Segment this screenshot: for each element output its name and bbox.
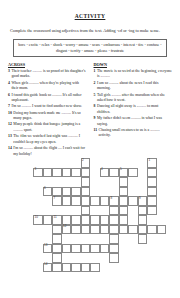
grid-void [33, 206, 43, 216]
clue-number: 12 [8, 122, 12, 133]
grid-cell[interactable] [81, 196, 91, 206]
grid-cell[interactable] [119, 225, 129, 235]
grid-void [109, 158, 119, 168]
grid-cell[interactable] [147, 187, 157, 197]
grid-void [157, 187, 167, 197]
clue-line: 14I'm so .......... about the flight — I… [8, 146, 87, 157]
page-title: ACTIVITY [0, 0, 180, 19]
grid-void [109, 263, 119, 273]
grid-void [33, 187, 43, 197]
grid-cell[interactable] [81, 177, 91, 187]
clue-line: 11Chasing small creatures to us is a ...… [94, 128, 173, 139]
grid-cell[interactable] [81, 168, 91, 178]
clue-text: I'm so .......... I want to find another… [11, 104, 86, 110]
instructions-text: Complete the crossword using adjectives … [10, 28, 170, 34]
grid-cell[interactable]: 13 [43, 244, 53, 254]
grid-void [43, 196, 53, 206]
grid-cell[interactable] [52, 225, 62, 235]
grid-cell[interactable] [128, 196, 138, 206]
clue-text: I found this guide book so .......... It… [11, 93, 86, 104]
grid-void [71, 234, 81, 244]
clue-number: 10 [8, 111, 12, 122]
grid-void [33, 234, 43, 244]
grid-void [138, 168, 148, 178]
grid-void [128, 215, 138, 225]
clue-number: 3 [8, 69, 10, 80]
grid-cell[interactable] [90, 263, 100, 273]
clue-text: I am so .......... about the news I read… [97, 81, 172, 92]
grid-cell[interactable] [119, 215, 129, 225]
grid-cell[interactable]: 3 [33, 168, 43, 178]
down-header: DOWN [94, 62, 173, 67]
grid-void [71, 206, 81, 216]
grid-cell[interactable]: 12 [62, 225, 72, 235]
grid-void [138, 244, 148, 254]
grid-void [128, 187, 138, 197]
grid-cell[interactable] [119, 196, 129, 206]
grid-cell[interactable] [81, 215, 91, 225]
grid-cell[interactable] [109, 206, 119, 216]
clue-number: 14 [8, 146, 12, 157]
grid-cell[interactable] [52, 263, 62, 273]
grid-cell[interactable] [157, 225, 167, 235]
clue-text: Chasing small creatures to us is a .....… [99, 128, 172, 139]
grid-cell[interactable]: 5 [119, 168, 129, 178]
worksheet-page: ACTIVITY Complete the crossword using ad… [0, 0, 180, 298]
grid-void [157, 215, 167, 225]
clue-line: 8Dancing all night away is .......... to… [94, 104, 173, 115]
grid-cell[interactable] [71, 263, 81, 273]
grid-cell[interactable] [71, 215, 81, 225]
grid-cell[interactable]: 14 [43, 263, 53, 273]
grid-void [90, 206, 100, 216]
grid-void [81, 253, 91, 263]
grid-cell[interactable] [71, 196, 81, 206]
clue-number: 13 [8, 134, 12, 145]
grid-cell[interactable]: 2 [81, 158, 91, 168]
clue-line: 3Their teacher .......... is so proud of… [8, 69, 87, 80]
grid-cell[interactable] [81, 206, 91, 216]
grid-cell[interactable] [52, 187, 62, 197]
grid-void [52, 206, 62, 216]
grid-void [100, 234, 110, 244]
grid-void [90, 253, 100, 263]
grid-void [33, 263, 43, 273]
grid-cell[interactable]: 11 [52, 215, 62, 225]
grid-cell[interactable] [52, 234, 62, 244]
grid-cell[interactable] [109, 244, 119, 254]
grid-void [71, 158, 81, 168]
grid-cell[interactable] [62, 187, 72, 197]
grid-cell[interactable] [71, 168, 81, 178]
clue-line: 4When girls .......... when they're play… [8, 81, 87, 92]
clue-line: 1The movie is so weird at the beginning,… [94, 69, 173, 80]
word-box: bore - excite - relax - shock - worry - … [13, 39, 167, 58]
grid-void [33, 177, 43, 187]
grid-cell[interactable]: 1 [147, 158, 157, 168]
grid-void [100, 177, 110, 187]
across-header: ACROSS [8, 62, 87, 67]
grid-void [128, 158, 138, 168]
grid-void [90, 187, 100, 197]
grid-cell[interactable] [52, 168, 62, 178]
grid-void [90, 234, 100, 244]
grid-void [157, 263, 167, 273]
grid-cell[interactable] [138, 215, 148, 225]
clue-line: 9My father didn't seem .......... in wha… [94, 116, 173, 127]
grid-cell[interactable] [71, 225, 81, 235]
grid-cell-number: 8 [111, 197, 113, 200]
clue-text: Tall girls .......... after the marathon… [97, 93, 172, 104]
grid-cell[interactable]: 4 [100, 168, 110, 178]
grid-void [157, 196, 167, 206]
grid-cell[interactable] [119, 206, 129, 216]
grid-cell[interactable] [90, 225, 100, 235]
grid-void [52, 158, 62, 168]
grid-cell[interactable] [62, 196, 72, 206]
word-box-text: bore - excite - relax - shock - worry - … [18, 42, 161, 53]
grid-cell-number: 7 [54, 197, 56, 200]
clue-text: The movie is so weird at the beginning, … [97, 69, 172, 80]
clue-number: 1 [94, 69, 96, 80]
crossword-grid: 2134567891011121314 [33, 158, 166, 272]
clue-text: I'm so .......... about the flight — I c… [13, 146, 86, 157]
grid-cell-number: 5 [120, 168, 122, 171]
grid-void [128, 177, 138, 187]
grid-void [128, 253, 138, 263]
grid-cell[interactable] [71, 244, 81, 254]
grid-cell[interactable] [43, 168, 53, 178]
grid-void [81, 234, 91, 244]
grid-void [109, 187, 119, 197]
grid-void [157, 206, 167, 216]
grid-cell[interactable] [128, 225, 138, 235]
grid-void [100, 253, 110, 263]
grid-cell-number: 11 [54, 216, 57, 219]
grid-void [147, 253, 157, 263]
grid-cell[interactable] [90, 196, 100, 206]
grid-cell[interactable] [52, 244, 62, 254]
grid-cell[interactable]: 8 [109, 196, 119, 206]
grid-cell-number: 14 [44, 263, 47, 266]
grid-cell[interactable] [90, 215, 100, 225]
grid-cell[interactable] [62, 244, 72, 254]
clue-line: 13The film we watched last night was ...… [8, 134, 87, 145]
clue-line: 2I am so .......... about the news I rea… [94, 81, 173, 92]
grid-cell[interactable] [71, 187, 81, 197]
grid-void [119, 234, 129, 244]
grid-cell[interactable] [147, 206, 157, 216]
grid-void [62, 234, 72, 244]
clue-text: Doing my homework made me .......... It'… [13, 111, 86, 122]
grid-cell[interactable] [90, 244, 100, 254]
grid-cell[interactable] [109, 168, 119, 178]
grid-void [90, 168, 100, 178]
grid-void [128, 244, 138, 254]
grid-void [128, 234, 138, 244]
grid-cell[interactable] [100, 196, 110, 206]
grid-cell-number: 2 [82, 159, 84, 162]
grid-void [33, 196, 43, 206]
clue-line: 5Tall girls .......... after the maratho… [94, 93, 173, 104]
grid-cell[interactable] [109, 253, 119, 263]
grid-cell[interactable]: 7 [52, 196, 62, 206]
grid-cell[interactable] [147, 168, 157, 178]
clue-number: 9 [94, 116, 96, 127]
grid-void [43, 206, 53, 216]
grid-cell[interactable] [62, 263, 72, 273]
clue-text: When girls .......... when they're playi… [11, 81, 86, 92]
grid-cell-number: 12 [63, 225, 66, 228]
grid-void [100, 263, 110, 273]
grid-cell[interactable]: 10 [33, 215, 43, 225]
grid-cell[interactable] [138, 234, 148, 244]
grid-void [62, 177, 72, 187]
across-clues: ACROSS 3Their teacher .......... is so p… [8, 62, 87, 157]
grid-cell[interactable] [119, 177, 129, 187]
grid-void [138, 263, 148, 273]
grid-cell[interactable]: 9 [138, 196, 148, 206]
grid-cell[interactable] [128, 168, 138, 178]
grid-void [147, 234, 157, 244]
grid-void [33, 225, 43, 235]
clue-number: 2 [94, 81, 96, 92]
grid-cell[interactable] [100, 225, 110, 235]
grid-cell-number: 4 [101, 168, 103, 171]
grid-cell[interactable] [138, 225, 148, 235]
grid-cell[interactable] [81, 244, 91, 254]
grid-void [43, 158, 53, 168]
grid-void [138, 177, 148, 187]
grid-void [43, 225, 53, 235]
across-clue-list: 3Their teacher .......... is so proud of… [8, 69, 87, 157]
grid-void [119, 253, 129, 263]
clue-line: 12Many people think that bungee jumping … [8, 122, 87, 133]
grid-cell[interactable] [138, 206, 148, 216]
grid-void [119, 263, 129, 273]
clue-number: 6 [8, 93, 10, 104]
grid-void [62, 206, 72, 216]
clue-line: 10Doing my homework made me .......... I… [8, 111, 87, 122]
clue-text: The film we watched last night was .....… [13, 134, 86, 145]
grid-cell[interactable]: 6 [43, 187, 53, 197]
clue-line: 6I found this guide book so .......... I… [8, 93, 87, 104]
clue-text: Dancing all night away is .......... to … [97, 104, 172, 115]
grid-cell[interactable] [100, 215, 110, 225]
grid-void [109, 177, 119, 187]
grid-cell[interactable] [100, 244, 110, 254]
grid-void [128, 263, 138, 273]
clue-number: 11 [94, 128, 98, 139]
grid-void [157, 234, 167, 244]
clue-text: Many people think that bungee jumping is… [13, 122, 86, 133]
grid-cell-number: 3 [35, 168, 37, 171]
clue-number: 4 [8, 81, 10, 92]
clue-text: My father didn't seem .......... in what… [97, 116, 172, 127]
grid-void [157, 158, 167, 168]
grid-cell[interactable] [81, 187, 91, 197]
grid-void [62, 253, 72, 263]
grid-void [71, 253, 81, 263]
grid-void [157, 177, 167, 187]
clue-number: 7 [8, 104, 10, 110]
grid-cell[interactable] [109, 225, 119, 235]
grid-cell-number: 13 [44, 244, 47, 247]
grid-cell-number: 1 [149, 159, 151, 162]
grid-cell[interactable] [147, 225, 157, 235]
grid-cell-number: 9 [139, 197, 141, 200]
grid-void [100, 187, 110, 197]
grid-void [147, 244, 157, 254]
grid-cell[interactable] [43, 215, 53, 225]
grid-cell[interactable] [52, 253, 62, 263]
grid-void [157, 253, 167, 263]
grid-void [138, 253, 148, 263]
grid-void [33, 244, 43, 254]
grid-void [147, 263, 157, 273]
clue-number: 8 [94, 104, 96, 115]
grid-void [157, 244, 167, 254]
grid-cell[interactable] [119, 187, 129, 197]
grid-void [138, 187, 148, 197]
grid-void [100, 206, 110, 216]
grid-cell[interactable] [109, 215, 119, 225]
grid-void [90, 158, 100, 168]
grid-cell[interactable] [109, 234, 119, 244]
grid-cell-number: 10 [35, 216, 38, 219]
down-clues: DOWN 1The movie is so weird at the begin… [94, 62, 173, 157]
grid-void [71, 177, 81, 187]
grid-void [138, 158, 148, 168]
grid-cell[interactable] [62, 168, 72, 178]
clue-text: Their teacher .......... is so proud of … [11, 69, 86, 80]
grid-cell[interactable] [147, 196, 157, 206]
clue-number: 5 [94, 93, 96, 104]
clues-section: ACROSS 3Their teacher .......... is so p… [8, 62, 172, 157]
grid-void [33, 253, 43, 263]
grid-void [128, 206, 138, 216]
grid-cell[interactable] [147, 177, 157, 187]
grid-void [147, 215, 157, 225]
grid-void [90, 177, 100, 187]
grid-void [119, 244, 129, 254]
grid-cell[interactable] [81, 263, 91, 273]
clue-line: 7I'm so .......... I want to find anothe… [8, 104, 87, 110]
grid-void [157, 168, 167, 178]
grid-cell-number: 6 [44, 187, 46, 190]
grid-void [62, 158, 72, 168]
grid-void [52, 177, 62, 187]
grid-cell[interactable] [81, 225, 91, 235]
down-clue-list: 1The movie is so weird at the beginning,… [94, 69, 173, 139]
